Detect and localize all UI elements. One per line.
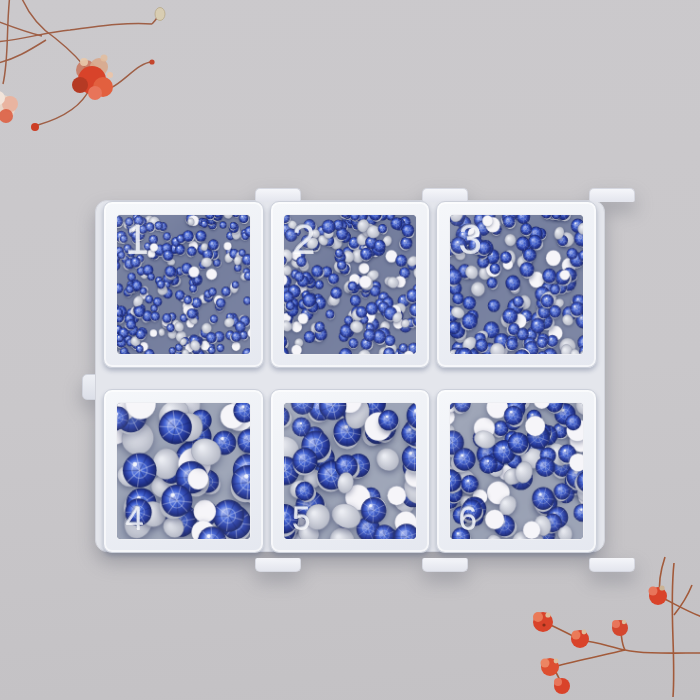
compartment-2: 2 bbox=[270, 201, 431, 368]
flower-tiny-bud bbox=[149, 59, 154, 64]
compartment-number: 6 bbox=[458, 499, 476, 537]
lid-latch-tab bbox=[255, 558, 301, 572]
compartment-number: 3 bbox=[458, 215, 481, 263]
compartment-number: 1 bbox=[125, 215, 148, 263]
lid-latch-tab bbox=[422, 188, 468, 202]
compartment-number: 4 bbox=[125, 499, 143, 537]
compartment-1-window: 1 bbox=[116, 214, 251, 355]
compartment-5: 5 bbox=[270, 389, 431, 553]
flower-small-bud bbox=[31, 123, 39, 131]
lid-latch-tab bbox=[422, 558, 468, 572]
compartment-6: 6 bbox=[436, 389, 597, 553]
dried-flowers-bottom-right bbox=[420, 555, 700, 700]
lid-latch-tab bbox=[589, 558, 635, 572]
compartment-number: 5 bbox=[292, 499, 310, 537]
lid-latch-tab bbox=[255, 188, 301, 202]
flower-blossom-left-edge bbox=[0, 91, 18, 123]
compartment-3: 3 bbox=[436, 201, 597, 368]
compartment-6-window: 6 bbox=[449, 402, 584, 540]
flower-pale-bud bbox=[155, 8, 165, 21]
dried-flowers-top-left bbox=[0, 0, 245, 195]
lid-latch-tab bbox=[589, 188, 635, 202]
compartment-number: 2 bbox=[292, 215, 315, 263]
compartment-3-window: 3 bbox=[449, 214, 584, 355]
compartment-1: 1 bbox=[103, 201, 264, 368]
flower-stems bbox=[546, 557, 700, 697]
photo-scene: 1 2 3 4 bbox=[0, 0, 700, 700]
flower-blossoms bbox=[533, 585, 667, 694]
compartment-5-window: 5 bbox=[283, 402, 418, 540]
rhinestone-organizer-box: 1 2 3 4 bbox=[95, 188, 605, 572]
flower-stems bbox=[0, 0, 159, 125]
compartment-2-window: 2 bbox=[283, 214, 418, 355]
compartment-4-window: 4 bbox=[116, 402, 251, 540]
compartment-4: 4 bbox=[103, 389, 264, 553]
flower-blossom-main bbox=[72, 55, 113, 101]
box-body: 1 2 3 4 bbox=[95, 200, 605, 552]
